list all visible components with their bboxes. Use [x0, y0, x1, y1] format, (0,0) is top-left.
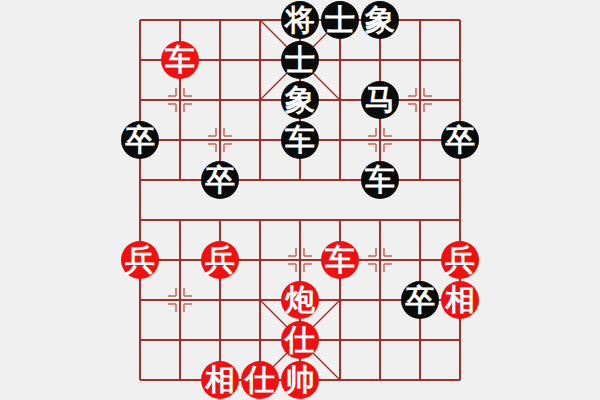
piece-red-general[interactable]: 帅 [281, 361, 319, 399]
piece-red-elephant[interactable]: 相 [441, 281, 479, 319]
piece-black-soldier[interactable]: 卒 [441, 121, 479, 159]
piece-black-chariot[interactable]: 车 [281, 121, 319, 159]
piece-black-elephant[interactable]: 象 [361, 1, 399, 39]
piece-black-soldier[interactable]: 卒 [201, 161, 239, 199]
piece-black-horse[interactable]: 马 [361, 81, 399, 119]
xiangqi-board[interactable]: 将士象士象马卒车卒卒车卒车兵兵车兵炮相仕相仕帅 [0, 0, 600, 400]
piece-red-soldier[interactable]: 兵 [121, 241, 159, 279]
piece-black-advisor[interactable]: 士 [321, 1, 359, 39]
pieces-layer: 将士象士象马卒车卒卒车卒车兵兵车兵炮相仕相仕帅 [0, 0, 600, 400]
piece-red-soldier[interactable]: 兵 [201, 241, 239, 279]
piece-red-cannon[interactable]: 炮 [281, 281, 319, 319]
piece-red-soldier[interactable]: 兵 [441, 241, 479, 279]
piece-black-advisor[interactable]: 士 [281, 41, 319, 79]
piece-black-elephant[interactable]: 象 [281, 81, 319, 119]
piece-red-chariot[interactable]: 车 [161, 41, 199, 79]
piece-red-advisor[interactable]: 仕 [281, 321, 319, 359]
piece-black-chariot[interactable]: 车 [361, 161, 399, 199]
piece-red-advisor[interactable]: 仕 [241, 361, 279, 399]
piece-red-chariot[interactable]: 车 [321, 241, 359, 279]
piece-black-general[interactable]: 将 [281, 1, 319, 39]
piece-red-elephant[interactable]: 相 [201, 361, 239, 399]
piece-black-soldier[interactable]: 卒 [401, 281, 439, 319]
piece-black-soldier[interactable]: 卒 [121, 121, 159, 159]
app-background: 将士象士象马卒车卒卒车卒车兵兵车兵炮相仕相仕帅 [0, 0, 600, 400]
